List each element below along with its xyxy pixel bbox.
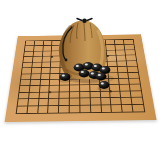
grid-cell	[49, 106, 60, 113]
grid-cell	[112, 105, 123, 112]
star-point	[50, 56, 53, 58]
product-photo-go-set	[0, 0, 160, 160]
star-point	[106, 55, 109, 57]
grid-cell	[27, 106, 38, 113]
star-point	[79, 72, 82, 74]
grid-cell	[70, 105, 81, 112]
grid-cell	[38, 106, 49, 113]
grid-cell	[101, 105, 112, 112]
grid-cell	[80, 105, 91, 112]
grid-cell	[91, 105, 102, 112]
grid-cell	[133, 104, 145, 111]
board-cloth	[5, 34, 157, 122]
go-grid	[16, 39, 146, 114]
grid-cell	[59, 105, 70, 112]
board-wrapper	[0, 0, 160, 160]
